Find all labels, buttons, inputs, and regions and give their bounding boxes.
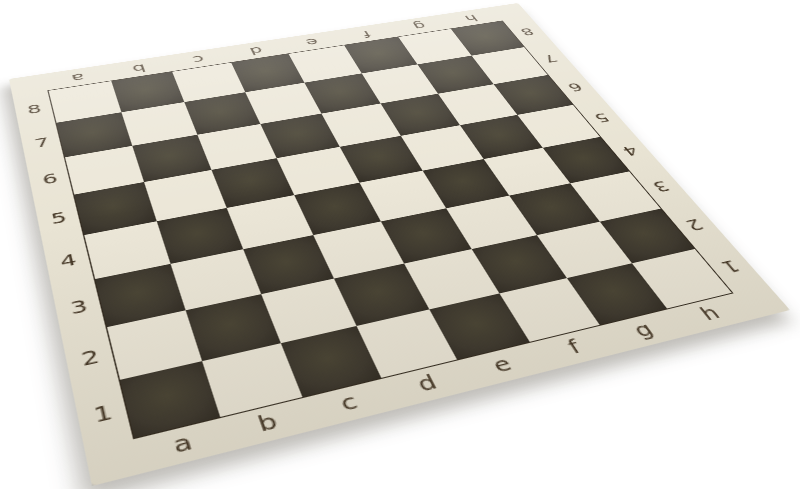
- chessboard-grid: [47, 20, 733, 439]
- board-photo: aa88bb77cc66dd55ee44ff33gg22hh11: [0, 0, 800, 489]
- chessboard-sheet: aa88bb77cc66dd55ee44ff33gg22hh11: [9, 3, 790, 486]
